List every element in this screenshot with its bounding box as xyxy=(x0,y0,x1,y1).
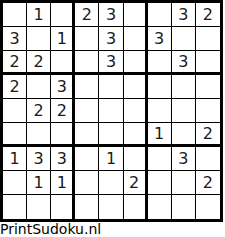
sudoku-cell-r4c6 xyxy=(124,75,148,99)
sudoku-cell-r6c5 xyxy=(99,123,123,147)
sudoku-cell-r1c2: 1 xyxy=(27,3,51,27)
sudoku-cell-r3c5: 3 xyxy=(99,51,123,75)
sudoku-cell-r1c5: 3 xyxy=(99,3,123,27)
sudoku-cell-r2c8 xyxy=(172,27,196,51)
sudoku-cell-r2c6 xyxy=(124,27,148,51)
sudoku-cell-r2c1: 3 xyxy=(3,27,27,51)
sudoku-cell-r4c8 xyxy=(172,75,196,99)
sudoku-cell-r7c9 xyxy=(196,147,220,171)
sudoku-cell-r6c7: 1 xyxy=(148,123,172,147)
site-watermark: PrintSudoku.nl xyxy=(0,221,101,237)
sudoku-cell-r7c3: 3 xyxy=(51,147,75,171)
sudoku-cell-r5c7 xyxy=(148,99,172,123)
sudoku-cell-r2c3: 1 xyxy=(51,27,75,51)
sudoku-cell-r9c8 xyxy=(172,195,196,219)
sudoku-cell-r1c7 xyxy=(148,3,172,27)
sudoku-cell-r2c5: 3 xyxy=(99,27,123,51)
sudoku-cell-r4c5 xyxy=(99,75,123,99)
sudoku-cell-r8c8 xyxy=(172,171,196,195)
sudoku-cell-r5c8 xyxy=(172,99,196,123)
sudoku-page: 1233231332233232212133131122 PrintSudoku… xyxy=(0,0,225,237)
sudoku-cell-r7c2: 3 xyxy=(27,147,51,171)
sudoku-cell-r1c9: 2 xyxy=(196,3,220,27)
sudoku-cell-r3c4 xyxy=(75,51,99,75)
sudoku-cell-r8c4 xyxy=(75,171,99,195)
sudoku-cell-r4c9 xyxy=(196,75,220,99)
sudoku-cell-r7c6 xyxy=(124,147,148,171)
sudoku-cell-r7c8: 3 xyxy=(172,147,196,171)
sudoku-cell-r9c2 xyxy=(27,195,51,219)
sudoku-cell-r1c1 xyxy=(3,3,27,27)
sudoku-cell-r9c7 xyxy=(148,195,172,219)
sudoku-cell-r4c1: 2 xyxy=(3,75,27,99)
sudoku-cell-r7c7 xyxy=(148,147,172,171)
sudoku-cell-r5c3: 2 xyxy=(51,99,75,123)
sudoku-board: 1233231332233232212133131122 xyxy=(0,0,223,222)
sudoku-cell-r3c7 xyxy=(148,51,172,75)
sudoku-cell-r9c1 xyxy=(3,195,27,219)
sudoku-cell-r3c6 xyxy=(124,51,148,75)
sudoku-cell-r8c9: 2 xyxy=(196,171,220,195)
sudoku-cell-r6c9: 2 xyxy=(196,123,220,147)
sudoku-cell-r8c7 xyxy=(148,171,172,195)
sudoku-cell-r8c1 xyxy=(3,171,27,195)
sudoku-cell-r4c4 xyxy=(75,75,99,99)
sudoku-cell-r9c4 xyxy=(75,195,99,219)
sudoku-cell-r6c6 xyxy=(124,123,148,147)
sudoku-cell-r7c5: 1 xyxy=(99,147,123,171)
sudoku-cell-r5c9 xyxy=(196,99,220,123)
sudoku-cell-r4c3: 3 xyxy=(51,75,75,99)
sudoku-cell-r5c2: 2 xyxy=(27,99,51,123)
sudoku-cell-r8c6: 2 xyxy=(124,171,148,195)
sudoku-cell-r9c3 xyxy=(51,195,75,219)
sudoku-cell-r9c9 xyxy=(196,195,220,219)
sudoku-cell-r4c7 xyxy=(148,75,172,99)
sudoku-cell-r6c2 xyxy=(27,123,51,147)
sudoku-cell-r2c9 xyxy=(196,27,220,51)
sudoku-cell-r9c5 xyxy=(99,195,123,219)
sudoku-cell-r6c1 xyxy=(3,123,27,147)
sudoku-cell-r5c6 xyxy=(124,99,148,123)
sudoku-cell-r5c1 xyxy=(3,99,27,123)
sudoku-cell-r6c8 xyxy=(172,123,196,147)
sudoku-cell-r5c5 xyxy=(99,99,123,123)
sudoku-cell-r1c6 xyxy=(124,3,148,27)
sudoku-cell-r2c4 xyxy=(75,27,99,51)
sudoku-cell-r7c1: 1 xyxy=(3,147,27,171)
sudoku-cell-r8c3: 1 xyxy=(51,171,75,195)
sudoku-cell-r3c1: 2 xyxy=(3,51,27,75)
sudoku-cell-r8c5 xyxy=(99,171,123,195)
sudoku-cell-r8c2: 1 xyxy=(27,171,51,195)
sudoku-cell-r2c7: 3 xyxy=(148,27,172,51)
sudoku-cell-r5c4 xyxy=(75,99,99,123)
sudoku-cell-r3c2: 2 xyxy=(27,51,51,75)
sudoku-cell-r3c9 xyxy=(196,51,220,75)
sudoku-cell-r1c3 xyxy=(51,3,75,27)
sudoku-cell-r3c3 xyxy=(51,51,75,75)
sudoku-cell-r1c4: 2 xyxy=(75,3,99,27)
sudoku-cell-r4c2 xyxy=(27,75,51,99)
sudoku-cell-r3c8: 3 xyxy=(172,51,196,75)
sudoku-cell-r6c3 xyxy=(51,123,75,147)
sudoku-cell-r1c8: 3 xyxy=(172,3,196,27)
sudoku-cell-r7c4 xyxy=(75,147,99,171)
sudoku-cell-r9c6 xyxy=(124,195,148,219)
sudoku-cell-r2c2 xyxy=(27,27,51,51)
sudoku-cell-r6c4 xyxy=(75,123,99,147)
